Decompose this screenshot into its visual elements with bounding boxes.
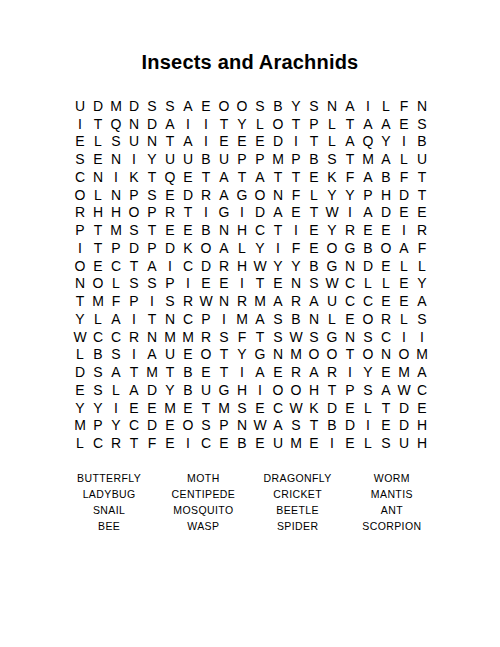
grid-cell[interactable]: A bbox=[413, 292, 431, 310]
grid-cell[interactable]: P bbox=[197, 310, 215, 328]
grid-cell[interactable]: S bbox=[359, 381, 377, 399]
grid-cell[interactable]: F bbox=[107, 292, 125, 310]
grid-cell[interactable]: I bbox=[341, 204, 359, 222]
grid-cell[interactable]: W bbox=[251, 417, 269, 435]
grid-cell[interactable]: L bbox=[107, 275, 125, 293]
grid-cell[interactable]: A bbox=[305, 363, 323, 381]
grid-cell[interactable]: I bbox=[269, 239, 287, 257]
grid-cell[interactable]: F bbox=[395, 168, 413, 186]
grid-cell[interactable]: S bbox=[413, 115, 431, 133]
grid-cell[interactable]: A bbox=[179, 133, 197, 151]
grid-cell[interactable]: T bbox=[323, 381, 341, 399]
grid-cell[interactable]: H bbox=[89, 204, 107, 222]
grid-cell[interactable]: I bbox=[197, 115, 215, 133]
grid-cell[interactable]: E bbox=[179, 168, 197, 186]
grid-cell[interactable]: U bbox=[215, 150, 233, 168]
grid-cell[interactable]: Y bbox=[71, 399, 89, 417]
grid-cell[interactable]: L bbox=[233, 239, 251, 257]
grid-cell[interactable]: A bbox=[143, 257, 161, 275]
grid-cell[interactable]: S bbox=[125, 221, 143, 239]
grid-cell[interactable]: M bbox=[395, 363, 413, 381]
grid-cell[interactable]: T bbox=[305, 417, 323, 435]
grid-cell[interactable]: E bbox=[377, 257, 395, 275]
grid-cell[interactable]: I bbox=[233, 204, 251, 222]
grid-cell[interactable]: E bbox=[377, 417, 395, 435]
grid-cell[interactable]: I bbox=[395, 328, 413, 346]
grid-cell[interactable]: D bbox=[143, 381, 161, 399]
grid-cell[interactable]: E bbox=[305, 168, 323, 186]
grid-cell[interactable]: T bbox=[143, 168, 161, 186]
grid-cell[interactable]: E bbox=[71, 133, 89, 151]
grid-cell[interactable]: N bbox=[413, 97, 431, 115]
grid-cell[interactable]: T bbox=[125, 434, 143, 452]
grid-cell[interactable]: L bbox=[251, 115, 269, 133]
grid-cell[interactable]: R bbox=[287, 363, 305, 381]
grid-cell[interactable]: T bbox=[161, 133, 179, 151]
grid-cell[interactable]: O bbox=[269, 115, 287, 133]
grid-cell[interactable]: Y bbox=[269, 257, 287, 275]
grid-cell[interactable]: U bbox=[323, 292, 341, 310]
grid-cell[interactable]: L bbox=[359, 275, 377, 293]
grid-cell[interactable]: E bbox=[143, 399, 161, 417]
grid-cell[interactable]: E bbox=[341, 310, 359, 328]
grid-cell[interactable]: D bbox=[341, 417, 359, 435]
grid-cell[interactable]: E bbox=[179, 399, 197, 417]
grid-cell[interactable]: A bbox=[107, 310, 125, 328]
grid-cell[interactable]: E bbox=[161, 186, 179, 204]
grid-cell[interactable]: L bbox=[323, 133, 341, 151]
grid-cell[interactable]: N bbox=[233, 417, 251, 435]
grid-cell[interactable]: I bbox=[413, 328, 431, 346]
grid-cell[interactable]: D bbox=[377, 204, 395, 222]
grid-cell[interactable]: O bbox=[359, 346, 377, 364]
grid-cell[interactable]: Y bbox=[143, 150, 161, 168]
grid-cell[interactable]: Y bbox=[413, 275, 431, 293]
grid-cell[interactable]: B bbox=[179, 381, 197, 399]
grid-cell[interactable]: W bbox=[287, 399, 305, 417]
grid-cell[interactable]: M bbox=[287, 346, 305, 364]
grid-cell[interactable]: D bbox=[395, 417, 413, 435]
grid-cell[interactable]: E bbox=[341, 399, 359, 417]
grid-cell[interactable]: Y bbox=[323, 221, 341, 239]
grid-cell[interactable]: M bbox=[233, 310, 251, 328]
grid-cell[interactable]: G bbox=[323, 257, 341, 275]
grid-cell[interactable]: A bbox=[215, 239, 233, 257]
grid-cell[interactable]: O bbox=[269, 381, 287, 399]
grid-cell[interactable]: A bbox=[215, 168, 233, 186]
grid-cell[interactable]: H bbox=[107, 204, 125, 222]
grid-cell[interactable]: A bbox=[161, 115, 179, 133]
grid-cell[interactable]: M bbox=[107, 97, 125, 115]
grid-cell[interactable]: C bbox=[197, 434, 215, 452]
grid-cell[interactable]: B bbox=[323, 417, 341, 435]
grid-cell[interactable]: O bbox=[323, 239, 341, 257]
grid-cell[interactable]: E bbox=[179, 346, 197, 364]
grid-cell[interactable]: T bbox=[179, 204, 197, 222]
grid-cell[interactable]: B bbox=[233, 434, 251, 452]
grid-cell[interactable]: L bbox=[323, 310, 341, 328]
grid-cell[interactable]: E bbox=[395, 204, 413, 222]
grid-cell[interactable]: A bbox=[377, 115, 395, 133]
grid-cell[interactable]: E bbox=[269, 363, 287, 381]
grid-cell[interactable]: S bbox=[143, 97, 161, 115]
grid-cell[interactable]: N bbox=[215, 292, 233, 310]
grid-cell[interactable]: M bbox=[107, 221, 125, 239]
grid-cell[interactable]: E bbox=[305, 221, 323, 239]
grid-cell[interactable]: T bbox=[341, 115, 359, 133]
grid-cell[interactable]: N bbox=[215, 221, 233, 239]
grid-cell[interactable]: S bbox=[143, 186, 161, 204]
grid-cell[interactable]: I bbox=[143, 292, 161, 310]
grid-cell[interactable]: D bbox=[395, 186, 413, 204]
grid-cell[interactable]: O bbox=[215, 97, 233, 115]
grid-cell[interactable]: L bbox=[305, 186, 323, 204]
grid-cell[interactable]: I bbox=[71, 239, 89, 257]
grid-cell[interactable]: D bbox=[161, 239, 179, 257]
grid-cell[interactable]: D bbox=[143, 115, 161, 133]
grid-cell[interactable]: N bbox=[125, 115, 143, 133]
grid-cell[interactable]: O bbox=[71, 257, 89, 275]
grid-cell[interactable]: N bbox=[161, 310, 179, 328]
grid-cell[interactable]: S bbox=[377, 434, 395, 452]
grid-cell[interactable]: T bbox=[125, 257, 143, 275]
grid-cell[interactable]: O bbox=[305, 346, 323, 364]
grid-cell[interactable]: A bbox=[377, 150, 395, 168]
grid-cell[interactable]: T bbox=[71, 292, 89, 310]
grid-cell[interactable]: H bbox=[233, 381, 251, 399]
grid-cell[interactable]: R bbox=[179, 292, 197, 310]
grid-cell[interactable]: S bbox=[215, 328, 233, 346]
grid-cell[interactable]: A bbox=[341, 133, 359, 151]
grid-cell[interactable]: O bbox=[179, 417, 197, 435]
grid-cell[interactable]: T bbox=[251, 275, 269, 293]
grid-cell[interactable]: E bbox=[197, 97, 215, 115]
grid-cell[interactable]: E bbox=[395, 292, 413, 310]
grid-cell[interactable]: W bbox=[395, 381, 413, 399]
grid-cell[interactable]: B bbox=[305, 150, 323, 168]
grid-cell[interactable]: P bbox=[341, 381, 359, 399]
grid-cell[interactable]: Y bbox=[377, 133, 395, 151]
grid-cell[interactable]: C bbox=[341, 275, 359, 293]
grid-cell[interactable]: N bbox=[107, 186, 125, 204]
grid-cell[interactable]: I bbox=[395, 221, 413, 239]
grid-cell[interactable]: S bbox=[89, 381, 107, 399]
grid-cell[interactable]: N bbox=[89, 168, 107, 186]
grid-cell[interactable]: L bbox=[395, 150, 413, 168]
grid-cell[interactable]: I bbox=[161, 257, 179, 275]
grid-cell[interactable]: S bbox=[287, 417, 305, 435]
grid-cell[interactable]: L bbox=[395, 257, 413, 275]
grid-cell[interactable]: H bbox=[413, 417, 431, 435]
grid-cell[interactable]: L bbox=[359, 434, 377, 452]
grid-cell[interactable]: T bbox=[125, 363, 143, 381]
grid-cell[interactable]: I bbox=[179, 115, 197, 133]
grid-cell[interactable]: S bbox=[359, 328, 377, 346]
grid-cell[interactable]: E bbox=[305, 434, 323, 452]
grid-cell[interactable]: I bbox=[107, 168, 125, 186]
grid-cell[interactable]: M bbox=[359, 150, 377, 168]
grid-cell[interactable]: L bbox=[89, 133, 107, 151]
grid-cell[interactable]: E bbox=[413, 204, 431, 222]
grid-cell[interactable]: I bbox=[287, 133, 305, 151]
grid-cell[interactable]: T bbox=[269, 221, 287, 239]
grid-cell[interactable]: L bbox=[395, 310, 413, 328]
grid-cell[interactable]: P bbox=[143, 239, 161, 257]
grid-cell[interactable]: C bbox=[413, 381, 431, 399]
grid-cell[interactable]: E bbox=[161, 221, 179, 239]
grid-cell[interactable]: N bbox=[269, 346, 287, 364]
grid-cell[interactable]: G bbox=[323, 328, 341, 346]
grid-cell[interactable]: D bbox=[143, 417, 161, 435]
grid-cell[interactable]: E bbox=[161, 417, 179, 435]
grid-cell[interactable]: H bbox=[233, 221, 251, 239]
grid-cell[interactable]: G bbox=[215, 204, 233, 222]
grid-cell[interactable]: A bbox=[251, 168, 269, 186]
grid-cell[interactable]: C bbox=[359, 292, 377, 310]
grid-cell[interactable]: E bbox=[215, 434, 233, 452]
grid-cell[interactable]: I bbox=[341, 363, 359, 381]
grid-cell[interactable]: B bbox=[413, 133, 431, 151]
grid-cell[interactable]: P bbox=[107, 239, 125, 257]
grid-cell[interactable]: W bbox=[71, 328, 89, 346]
grid-cell[interactable]: R bbox=[197, 328, 215, 346]
grid-cell[interactable]: W bbox=[197, 292, 215, 310]
grid-cell[interactable]: A bbox=[251, 363, 269, 381]
grid-cell[interactable]: A bbox=[269, 204, 287, 222]
grid-cell[interactable]: T bbox=[215, 363, 233, 381]
grid-cell[interactable]: D bbox=[359, 257, 377, 275]
grid-cell[interactable]: D bbox=[251, 204, 269, 222]
grid-cell[interactable]: I bbox=[197, 204, 215, 222]
grid-cell[interactable]: D bbox=[125, 97, 143, 115]
grid-cell[interactable]: E bbox=[125, 399, 143, 417]
grid-cell[interactable]: I bbox=[233, 363, 251, 381]
grid-cell[interactable]: O bbox=[377, 239, 395, 257]
grid-cell[interactable]: N bbox=[377, 346, 395, 364]
grid-cell[interactable]: T bbox=[89, 221, 107, 239]
grid-cell[interactable]: Y bbox=[341, 186, 359, 204]
grid-cell[interactable]: S bbox=[269, 310, 287, 328]
grid-cell[interactable]: M bbox=[251, 292, 269, 310]
grid-cell[interactable]: S bbox=[143, 275, 161, 293]
grid-cell[interactable]: R bbox=[197, 186, 215, 204]
grid-cell[interactable]: N bbox=[287, 275, 305, 293]
grid-cell[interactable]: R bbox=[377, 310, 395, 328]
grid-cell[interactable]: I bbox=[179, 275, 197, 293]
grid-cell[interactable]: T bbox=[305, 204, 323, 222]
grid-cell[interactable]: O bbox=[197, 239, 215, 257]
grid-cell[interactable]: O bbox=[125, 204, 143, 222]
grid-cell[interactable]: C bbox=[341, 292, 359, 310]
grid-cell[interactable]: L bbox=[377, 275, 395, 293]
grid-cell[interactable]: E bbox=[71, 381, 89, 399]
grid-cell[interactable]: T bbox=[377, 399, 395, 417]
grid-cell[interactable]: N bbox=[143, 328, 161, 346]
grid-cell[interactable]: F bbox=[287, 239, 305, 257]
grid-cell[interactable]: D bbox=[125, 239, 143, 257]
grid-cell[interactable]: I bbox=[71, 115, 89, 133]
grid-cell[interactable]: S bbox=[107, 346, 125, 364]
grid-cell[interactable]: I bbox=[233, 275, 251, 293]
grid-cell[interactable]: M bbox=[161, 399, 179, 417]
grid-cell[interactable]: C bbox=[89, 434, 107, 452]
grid-cell[interactable]: A bbox=[377, 381, 395, 399]
grid-cell[interactable]: L bbox=[413, 257, 431, 275]
grid-cell[interactable]: S bbox=[413, 310, 431, 328]
grid-cell[interactable]: A bbox=[107, 363, 125, 381]
grid-cell[interactable]: O bbox=[359, 310, 377, 328]
grid-cell[interactable]: M bbox=[179, 328, 197, 346]
grid-cell[interactable]: T bbox=[413, 186, 431, 204]
grid-cell[interactable]: O bbox=[233, 97, 251, 115]
grid-cell[interactable]: W bbox=[323, 275, 341, 293]
grid-cell[interactable]: E bbox=[251, 133, 269, 151]
grid-cell[interactable]: T bbox=[233, 168, 251, 186]
grid-cell[interactable]: Y bbox=[161, 381, 179, 399]
grid-cell[interactable]: T bbox=[89, 115, 107, 133]
grid-cell[interactable]: D bbox=[395, 399, 413, 417]
grid-cell[interactable]: T bbox=[143, 221, 161, 239]
grid-cell[interactable]: D bbox=[179, 186, 197, 204]
grid-cell[interactable]: T bbox=[197, 399, 215, 417]
grid-cell[interactable]: O bbox=[89, 275, 107, 293]
grid-cell[interactable]: N bbox=[323, 97, 341, 115]
grid-cell[interactable]: A bbox=[269, 417, 287, 435]
grid-cell[interactable]: A bbox=[179, 97, 197, 115]
grid-cell[interactable]: M bbox=[215, 399, 233, 417]
grid-cell[interactable]: P bbox=[125, 292, 143, 310]
grid-cell[interactable]: O bbox=[251, 186, 269, 204]
grid-cell[interactable]: T bbox=[413, 168, 431, 186]
grid-cell[interactable]: A bbox=[143, 346, 161, 364]
grid-cell[interactable]: N bbox=[269, 186, 287, 204]
grid-cell[interactable]: C bbox=[89, 328, 107, 346]
grid-cell[interactable]: C bbox=[179, 257, 197, 275]
grid-cell[interactable]: T bbox=[287, 168, 305, 186]
grid-cell[interactable]: N bbox=[107, 150, 125, 168]
grid-cell[interactable]: M bbox=[143, 363, 161, 381]
grid-cell[interactable]: A bbox=[251, 310, 269, 328]
grid-cell[interactable]: R bbox=[341, 221, 359, 239]
grid-cell[interactable]: Q bbox=[161, 168, 179, 186]
grid-cell[interactable]: P bbox=[125, 186, 143, 204]
grid-cell[interactable]: S bbox=[305, 275, 323, 293]
grid-cell[interactable]: C bbox=[71, 168, 89, 186]
grid-cell[interactable]: S bbox=[305, 328, 323, 346]
grid-cell[interactable]: E bbox=[305, 239, 323, 257]
grid-cell[interactable]: P bbox=[251, 150, 269, 168]
grid-cell[interactable]: U bbox=[395, 434, 413, 452]
grid-cell[interactable]: E bbox=[359, 221, 377, 239]
grid-cell[interactable]: L bbox=[107, 381, 125, 399]
grid-cell[interactable]: T bbox=[287, 115, 305, 133]
grid-cell[interactable]: Y bbox=[287, 97, 305, 115]
grid-cell[interactable]: E bbox=[251, 399, 269, 417]
grid-cell[interactable]: N bbox=[143, 133, 161, 151]
grid-cell[interactable]: I bbox=[125, 310, 143, 328]
grid-cell[interactable]: O bbox=[197, 346, 215, 364]
grid-cell[interactable]: B bbox=[89, 346, 107, 364]
grid-cell[interactable]: U bbox=[179, 150, 197, 168]
grid-cell[interactable]: Y bbox=[251, 239, 269, 257]
grid-cell[interactable]: K bbox=[305, 399, 323, 417]
grid-cell[interactable]: T bbox=[89, 239, 107, 257]
grid-cell[interactable]: M bbox=[71, 417, 89, 435]
grid-cell[interactable]: Y bbox=[107, 417, 125, 435]
grid-cell[interactable]: R bbox=[107, 434, 125, 452]
grid-cell[interactable]: A bbox=[125, 381, 143, 399]
grid-cell[interactable]: L bbox=[89, 310, 107, 328]
grid-cell[interactable]: F bbox=[341, 168, 359, 186]
grid-cell[interactable]: S bbox=[233, 399, 251, 417]
grid-cell[interactable]: F bbox=[233, 328, 251, 346]
grid-cell[interactable]: F bbox=[287, 186, 305, 204]
grid-cell[interactable]: E bbox=[251, 434, 269, 452]
grid-cell[interactable]: S bbox=[71, 150, 89, 168]
grid-cell[interactable]: R bbox=[215, 257, 233, 275]
grid-cell[interactable]: P bbox=[89, 417, 107, 435]
grid-cell[interactable]: D bbox=[323, 399, 341, 417]
grid-cell[interactable]: A bbox=[215, 186, 233, 204]
grid-cell[interactable]: N bbox=[305, 310, 323, 328]
grid-cell[interactable]: N bbox=[341, 257, 359, 275]
grid-cell[interactable]: T bbox=[341, 346, 359, 364]
grid-cell[interactable]: Y bbox=[233, 115, 251, 133]
grid-cell[interactable]: M bbox=[413, 346, 431, 364]
grid-cell[interactable]: E bbox=[197, 275, 215, 293]
grid-cell[interactable]: G bbox=[251, 346, 269, 364]
grid-cell[interactable]: H bbox=[413, 434, 431, 452]
grid-cell[interactable]: U bbox=[269, 434, 287, 452]
grid-cell[interactable]: L bbox=[71, 434, 89, 452]
grid-cell[interactable]: B bbox=[287, 310, 305, 328]
grid-cell[interactable]: I bbox=[359, 97, 377, 115]
grid-cell[interactable]: A bbox=[269, 292, 287, 310]
grid-cell[interactable]: I bbox=[287, 221, 305, 239]
grid-cell[interactable]: I bbox=[215, 310, 233, 328]
grid-cell[interactable]: S bbox=[125, 275, 143, 293]
grid-cell[interactable]: O bbox=[323, 346, 341, 364]
grid-cell[interactable]: E bbox=[89, 257, 107, 275]
grid-cell[interactable]: C bbox=[107, 257, 125, 275]
grid-cell[interactable]: K bbox=[179, 239, 197, 257]
grid-cell[interactable]: I bbox=[125, 346, 143, 364]
grid-cell[interactable]: T bbox=[215, 346, 233, 364]
grid-cell[interactable]: L bbox=[359, 399, 377, 417]
grid-cell[interactable]: G bbox=[215, 381, 233, 399]
grid-cell[interactable]: T bbox=[269, 168, 287, 186]
grid-cell[interactable]: R bbox=[323, 363, 341, 381]
grid-cell[interactable]: G bbox=[341, 239, 359, 257]
grid-cell[interactable]: D bbox=[71, 363, 89, 381]
grid-cell[interactable]: U bbox=[161, 150, 179, 168]
grid-cell[interactable]: S bbox=[269, 328, 287, 346]
grid-cell[interactable]: S bbox=[161, 97, 179, 115]
grid-cell[interactable]: K bbox=[323, 168, 341, 186]
grid-cell[interactable]: C bbox=[125, 417, 143, 435]
grid-cell[interactable]: C bbox=[107, 328, 125, 346]
grid-cell[interactable]: T bbox=[197, 168, 215, 186]
grid-cell[interactable]: E bbox=[89, 150, 107, 168]
grid-cell[interactable]: I bbox=[323, 434, 341, 452]
grid-cell[interactable]: W bbox=[287, 328, 305, 346]
grid-cell[interactable]: Y bbox=[359, 363, 377, 381]
grid-cell[interactable]: B bbox=[197, 150, 215, 168]
grid-cell[interactable]: H bbox=[377, 186, 395, 204]
grid-cell[interactable]: S bbox=[89, 363, 107, 381]
grid-cell[interactable]: A bbox=[395, 239, 413, 257]
grid-cell[interactable]: B bbox=[377, 168, 395, 186]
